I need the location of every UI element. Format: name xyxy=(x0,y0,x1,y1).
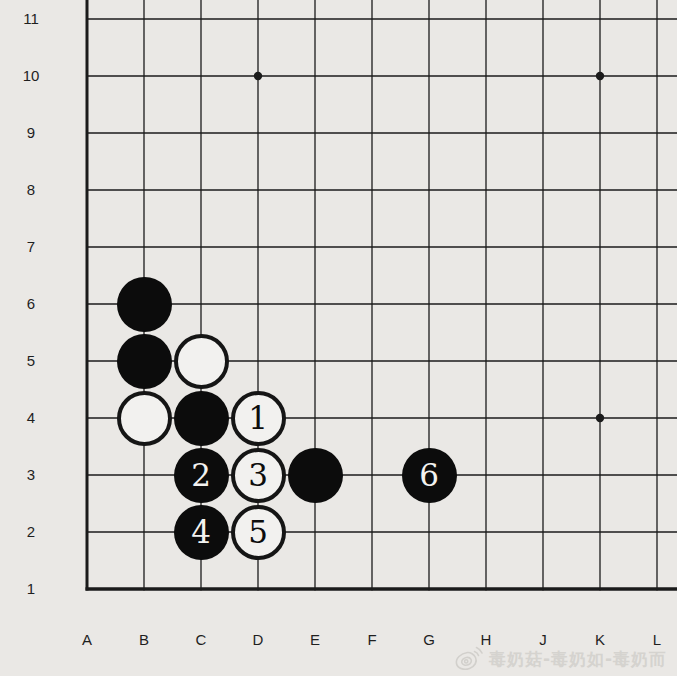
move-number-6: 6 xyxy=(419,460,439,491)
watermark: 毒奶菇-毒奶如-毒奶而 xyxy=(453,643,667,675)
stone-white-D3: 3 xyxy=(231,448,286,503)
row-label-1: 1 xyxy=(12,579,50,599)
move-number-4: 4 xyxy=(191,517,211,548)
go-diagram: 123645 ABCDEFGHJKL 1110987654321 毒奶菇-毒奶如… xyxy=(0,0,677,676)
row-label-5: 5 xyxy=(12,351,50,371)
row-label-9: 9 xyxy=(12,123,50,143)
col-label-F: F xyxy=(344,630,400,650)
col-label-C: C xyxy=(173,630,229,650)
col-label-D: D xyxy=(230,630,286,650)
move-number-3: 3 xyxy=(248,460,268,491)
row-label-2: 2 xyxy=(12,522,50,542)
stone-black-B6 xyxy=(117,277,172,332)
col-label-G: G xyxy=(401,630,457,650)
stone-black-G3: 6 xyxy=(402,448,457,503)
go-board: 123645 xyxy=(59,0,677,618)
stone-white-D4: 1 xyxy=(231,391,286,446)
col-label-A: A xyxy=(59,630,115,650)
move-number-2: 2 xyxy=(191,460,211,491)
stone-black-B5 xyxy=(117,334,172,389)
row-label-6: 6 xyxy=(12,294,50,314)
stone-black-E3 xyxy=(288,448,343,503)
stone-black-C2: 4 xyxy=(174,505,229,560)
row-label-4: 4 xyxy=(12,408,50,428)
weibo-icon xyxy=(453,644,484,674)
move-number-1: 1 xyxy=(248,403,268,434)
stone-black-C3: 2 xyxy=(174,448,229,503)
stone-black-C4 xyxy=(174,391,229,446)
move-number-5: 5 xyxy=(248,517,268,548)
row-label-7: 7 xyxy=(12,237,50,257)
stone-white-D2: 5 xyxy=(231,505,286,560)
watermark-text: 毒奶菇-毒奶如-毒奶而 xyxy=(489,648,667,671)
col-label-E: E xyxy=(287,630,343,650)
stone-white-B4 xyxy=(117,391,172,446)
row-label-11: 11 xyxy=(12,9,50,29)
col-label-B: B xyxy=(116,630,172,650)
row-label-10: 10 xyxy=(12,66,50,86)
stone-white-C5 xyxy=(174,334,229,389)
row-label-3: 3 xyxy=(12,465,50,485)
row-label-8: 8 xyxy=(12,180,50,200)
